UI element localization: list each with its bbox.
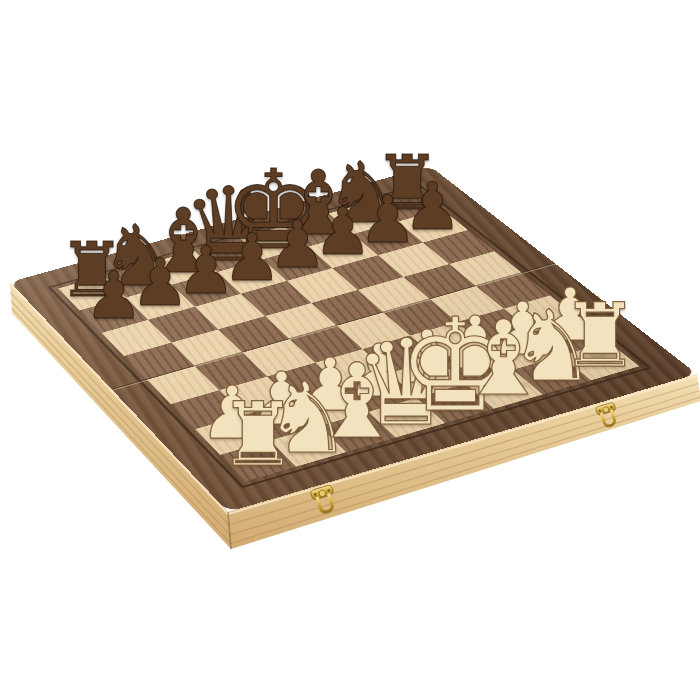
product-photo-scene: ♜♞♝♛♚♝♞♜♟♟♟♟♟♟♟♟♟♟♟♟♟♟♟♟♜♞♝♛♚♝♞♜	[0, 0, 700, 700]
